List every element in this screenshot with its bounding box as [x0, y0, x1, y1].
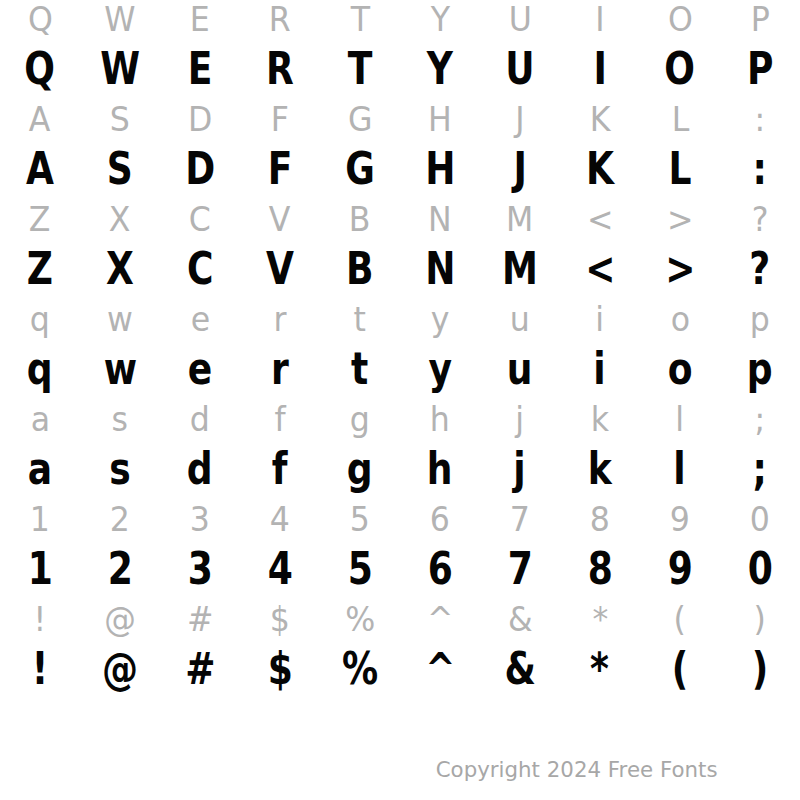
- reference-char: ;: [755, 402, 766, 436]
- reference-char: B: [349, 202, 371, 236]
- glyph-char: 3: [187, 547, 212, 591]
- glyph-char: &: [504, 647, 535, 691]
- glyph-char: W: [100, 47, 140, 91]
- glyph-char: P: [747, 47, 773, 91]
- char-cell: r: [240, 350, 320, 400]
- reference-char: p: [750, 302, 770, 336]
- reference-char: 3: [190, 502, 210, 536]
- glyph-char: T: [348, 47, 373, 91]
- glyph-row: qwertyuiop: [0, 350, 800, 400]
- glyph-char: 2: [107, 547, 132, 591]
- glyph-char: h: [427, 447, 453, 491]
- char-cell: !: [0, 650, 80, 700]
- reference-char: 5: [350, 502, 370, 536]
- glyph-char: N: [425, 247, 455, 291]
- char-cell: k: [560, 450, 640, 500]
- reference-char: F: [271, 102, 289, 136]
- reference-char: ^: [427, 602, 454, 636]
- char-cell: 7: [480, 550, 560, 600]
- char-cell: 1: [0, 550, 80, 600]
- glyph-char: q: [27, 347, 53, 391]
- glyph-char: %: [342, 647, 378, 691]
- char-cell: e: [160, 350, 240, 400]
- char-cell: $: [240, 650, 320, 700]
- char-cell: @: [80, 650, 160, 700]
- glyph-char: M: [502, 247, 538, 291]
- reference-char: 6: [430, 502, 450, 536]
- glyph-char: s: [109, 447, 130, 491]
- reference-char: Z: [29, 202, 51, 236]
- char-cell: y: [400, 350, 480, 400]
- glyph-char: e: [188, 347, 212, 391]
- glyph-char: ): [752, 647, 768, 691]
- char-cell: S: [80, 150, 160, 200]
- char-cell: l: [640, 450, 720, 500]
- reference-char: 4: [270, 502, 290, 536]
- char-cell: o: [640, 350, 720, 400]
- glyph-char: R: [266, 47, 294, 91]
- reference-char: o: [670, 302, 689, 336]
- glyph-char: 7: [507, 547, 532, 591]
- char-cell: A: [0, 150, 80, 200]
- glyph-row: 1234567890: [0, 550, 800, 600]
- reference-char: s: [112, 402, 128, 436]
- reference-char: ?: [752, 202, 769, 236]
- char-cell: 6: [400, 550, 480, 600]
- reference-char: D: [188, 102, 212, 136]
- char-cell: Y: [400, 50, 480, 100]
- glyph-char: d: [187, 447, 213, 491]
- glyph-char: >: [665, 247, 695, 291]
- char-cell: a: [0, 450, 80, 500]
- glyph-char: $: [267, 647, 292, 691]
- glyph-char: E: [188, 47, 213, 91]
- glyph-char: @: [102, 647, 138, 691]
- char-cell: j: [480, 450, 560, 500]
- glyph-row: QWERTYUIOP: [0, 50, 800, 100]
- reference-char: ): [754, 602, 766, 636]
- char-cell: K: [560, 150, 640, 200]
- char-cell: &: [480, 650, 560, 700]
- char-cell: #: [160, 650, 240, 700]
- glyph-char: *: [591, 647, 610, 691]
- glyph-char: X: [106, 247, 134, 291]
- char-cell: M: [480, 250, 560, 300]
- glyph-char: o: [668, 347, 693, 391]
- glyph-char: 6: [427, 547, 452, 591]
- reference-char: G: [348, 102, 373, 136]
- glyph-row: ASDFGHJKL:: [0, 150, 800, 200]
- reference-char: U: [508, 2, 531, 36]
- copyright-text: Copyright 2024 Free Fonts: [436, 757, 718, 782]
- reference-char: P: [750, 2, 769, 36]
- char-cell: F: [240, 150, 320, 200]
- reference-char: u: [510, 302, 530, 336]
- reference-char: W: [104, 2, 135, 36]
- glyph-char: w: [103, 347, 136, 391]
- reference-char: V: [269, 202, 291, 236]
- glyph-row: ZXCVBNM<>?: [0, 250, 800, 300]
- glyph-char: 0: [747, 547, 772, 591]
- glyph-char: I: [593, 47, 606, 91]
- reference-char: 9: [670, 502, 690, 536]
- glyph-char: G: [345, 147, 375, 191]
- char-cell: 9: [640, 550, 720, 600]
- char-cell: ;: [720, 450, 800, 500]
- char-cell: E: [160, 50, 240, 100]
- reference-char: H: [428, 102, 452, 136]
- glyph-char: F: [268, 147, 293, 191]
- reference-char: C: [189, 202, 211, 236]
- char-cell: (: [640, 650, 720, 700]
- glyph-char: C: [187, 247, 213, 291]
- glyph-char: !: [32, 647, 48, 691]
- reference-char: h: [430, 402, 450, 436]
- glyph-char: U: [505, 47, 534, 91]
- reference-char: 8: [590, 502, 610, 536]
- char-cell: p: [720, 350, 800, 400]
- reference-char: 2: [110, 502, 130, 536]
- char-cell: t: [320, 350, 400, 400]
- char-cell: i: [560, 350, 640, 400]
- reference-char: r: [273, 302, 286, 336]
- glyph-char: y: [428, 347, 452, 391]
- glyph-char: 9: [667, 547, 692, 591]
- reference-char: L: [671, 102, 689, 136]
- char-cell: X: [80, 250, 160, 300]
- glyph-char: k: [588, 447, 612, 491]
- glyph-char: ?: [750, 247, 771, 291]
- reference-char: j: [516, 402, 525, 436]
- glyph-char: J: [513, 147, 526, 191]
- char-cell: B: [320, 250, 400, 300]
- reference-char: y: [431, 302, 450, 336]
- glyph-char: ^: [425, 647, 455, 691]
- char-cell: :: [720, 150, 800, 200]
- char-cell: f: [240, 450, 320, 500]
- glyph-char: D: [185, 147, 215, 191]
- glyph-char: 5: [347, 547, 372, 591]
- char-cell: C: [160, 250, 240, 300]
- reference-char: q: [30, 302, 50, 336]
- char-cell: %: [320, 650, 400, 700]
- char-cell: 8: [560, 550, 640, 600]
- glyph-char: l: [674, 447, 686, 491]
- glyph-char: 1: [27, 547, 52, 591]
- glyph-char: A: [26, 147, 54, 191]
- reference-char: N: [428, 202, 452, 236]
- char-cell: G: [320, 150, 400, 200]
- char-cell: O: [640, 50, 720, 100]
- glyph-char: H: [425, 147, 455, 191]
- reference-char: J: [515, 102, 524, 136]
- glyph-char: t: [351, 347, 368, 391]
- character-map-grid: QWERTYUIOPQWERTYUIOPASDFGHJKL:ASDFGHJKL:…: [0, 0, 800, 700]
- glyph-char: p: [747, 347, 773, 391]
- reference-char: $: [270, 602, 290, 636]
- reference-char: k: [591, 402, 609, 436]
- char-cell: d: [160, 450, 240, 500]
- char-cell: W: [80, 50, 160, 100]
- char-cell: N: [400, 250, 480, 300]
- char-cell: L: [640, 150, 720, 200]
- char-cell: ): [720, 650, 800, 700]
- char-cell: D: [160, 150, 240, 200]
- glyph-char: r: [271, 347, 289, 391]
- char-cell: Q: [0, 50, 80, 100]
- char-cell: V: [240, 250, 320, 300]
- char-cell: h: [400, 450, 480, 500]
- glyph-char: B: [346, 247, 374, 291]
- glyph-char: L: [668, 147, 691, 191]
- char-cell: T: [320, 50, 400, 100]
- reference-char: l: [676, 402, 685, 436]
- char-cell: ?: [720, 250, 800, 300]
- reference-char: 1: [30, 502, 50, 536]
- reference-char: t: [354, 302, 366, 336]
- glyph-char: f: [272, 447, 288, 491]
- reference-char: a: [30, 402, 49, 436]
- reference-char: &: [508, 602, 533, 636]
- char-cell: U: [480, 50, 560, 100]
- reference-char: O: [668, 2, 693, 36]
- glyph-char: u: [507, 347, 533, 391]
- glyph-char: O: [665, 47, 696, 91]
- reference-char: 0: [750, 502, 770, 536]
- glyph-char: g: [347, 447, 373, 491]
- reference-char: Q: [28, 2, 53, 36]
- glyph-char: Z: [27, 247, 53, 291]
- reference-char: R: [269, 2, 291, 36]
- char-cell: <: [560, 250, 640, 300]
- char-cell: w: [80, 350, 160, 400]
- char-cell: *: [560, 650, 640, 700]
- reference-char: *: [592, 602, 608, 636]
- reference-char: S: [110, 102, 130, 136]
- glyph-char: K: [586, 147, 614, 191]
- reference-char: !: [34, 602, 47, 636]
- char-cell: g: [320, 450, 400, 500]
- glyph-char: S: [107, 147, 133, 191]
- font-specimen-page: QWERTYUIOPQWERTYUIOPASDFGHJKL:ASDFGHJKL:…: [0, 0, 800, 800]
- char-cell: 3: [160, 550, 240, 600]
- char-cell: Z: [0, 250, 80, 300]
- reference-char: T: [350, 2, 369, 36]
- glyph-char: (: [672, 647, 688, 691]
- char-cell: ^: [400, 650, 480, 700]
- char-cell: 0: [720, 550, 800, 600]
- reference-char: d: [190, 402, 210, 436]
- reference-char: (: [674, 602, 686, 636]
- char-cell: >: [640, 250, 720, 300]
- char-cell: 4: [240, 550, 320, 600]
- glyph-char: #: [185, 647, 215, 691]
- glyph-row: asdfghjkl;: [0, 450, 800, 500]
- reference-char: 7: [510, 502, 530, 536]
- glyph-char: Q: [25, 47, 56, 91]
- reference-char: :: [755, 102, 766, 136]
- reference-char: w: [107, 302, 133, 336]
- glyph-char: ;: [753, 447, 767, 491]
- char-cell: u: [480, 350, 560, 400]
- reference-char: M: [506, 202, 533, 236]
- char-cell: R: [240, 50, 320, 100]
- reference-char: i: [596, 302, 605, 336]
- char-cell: P: [720, 50, 800, 100]
- reference-char: A: [29, 102, 51, 136]
- char-cell: I: [560, 50, 640, 100]
- reference-char: X: [109, 202, 131, 236]
- reference-char: f: [274, 402, 285, 436]
- char-cell: q: [0, 350, 80, 400]
- glyph-char: :: [753, 147, 767, 191]
- reference-char: I: [595, 2, 604, 36]
- reference-char: <: [587, 202, 614, 236]
- reference-char: g: [350, 402, 370, 436]
- reference-char: @: [104, 602, 136, 636]
- glyph-char: i: [594, 347, 606, 391]
- reference-char: #: [187, 602, 214, 636]
- reference-char: e: [190, 302, 209, 336]
- glyph-char: 4: [267, 547, 292, 591]
- char-cell: s: [80, 450, 160, 500]
- glyph-char: a: [28, 447, 52, 491]
- char-cell: 5: [320, 550, 400, 600]
- glyph-char: <: [585, 247, 615, 291]
- glyph-char: V: [266, 247, 294, 291]
- char-cell: H: [400, 150, 480, 200]
- char-cell: 2: [80, 550, 160, 600]
- glyph-char: 8: [587, 547, 612, 591]
- char-cell: J: [480, 150, 560, 200]
- reference-char: E: [190, 2, 210, 36]
- reference-char: %: [345, 602, 375, 636]
- reference-char: Y: [430, 2, 449, 36]
- glyph-char: Y: [427, 47, 453, 91]
- reference-char: >: [667, 202, 694, 236]
- glyph-char: j: [514, 447, 526, 491]
- glyph-row: !@#$%^&*(): [0, 650, 800, 700]
- reference-char: K: [590, 102, 611, 136]
